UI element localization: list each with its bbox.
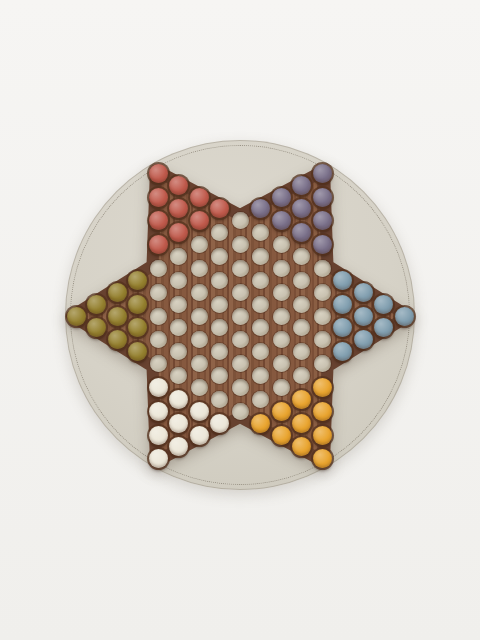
peg-white[interactable] (190, 402, 209, 421)
peg-olive[interactable] (87, 295, 106, 314)
peg-red[interactable] (169, 223, 188, 242)
empty-hole[interactable] (170, 272, 187, 289)
peg-purple[interactable] (251, 199, 270, 218)
empty-hole[interactable] (252, 343, 269, 360)
peg-white[interactable] (149, 402, 168, 421)
peg-yellow[interactable] (272, 426, 291, 445)
peg-white[interactable] (210, 414, 229, 433)
empty-hole[interactable] (232, 403, 249, 420)
peg-purple[interactable] (313, 211, 332, 230)
empty-hole[interactable] (211, 391, 228, 408)
empty-hole[interactable] (273, 379, 290, 396)
empty-hole[interactable] (314, 331, 331, 348)
empty-hole[interactable] (293, 248, 310, 265)
peg-red[interactable] (149, 164, 168, 183)
peg-olive[interactable] (67, 307, 86, 326)
peg-white[interactable] (149, 449, 168, 468)
peg-blue[interactable] (374, 295, 393, 314)
empty-hole[interactable] (293, 296, 310, 313)
peg-white[interactable] (169, 390, 188, 409)
peg-yellow[interactable] (272, 402, 291, 421)
empty-hole[interactable] (252, 248, 269, 265)
empty-hole[interactable] (232, 355, 249, 372)
peg-purple[interactable] (292, 199, 311, 218)
empty-hole[interactable] (211, 224, 228, 241)
peg-olive[interactable] (108, 330, 127, 349)
empty-hole[interactable] (252, 319, 269, 336)
peg-olive[interactable] (128, 318, 147, 337)
empty-hole[interactable] (191, 284, 208, 301)
peg-white[interactable] (149, 378, 168, 397)
empty-hole[interactable] (170, 319, 187, 336)
peg-blue[interactable] (354, 307, 373, 326)
empty-hole[interactable] (232, 284, 249, 301)
peg-yellow[interactable] (292, 414, 311, 433)
peg-blue[interactable] (354, 330, 373, 349)
empty-hole[interactable] (191, 331, 208, 348)
empty-hole[interactable] (191, 355, 208, 372)
peg-blue[interactable] (333, 318, 352, 337)
empty-hole[interactable] (211, 248, 228, 265)
empty-hole[interactable] (314, 260, 331, 277)
empty-hole[interactable] (150, 331, 167, 348)
empty-hole[interactable] (211, 296, 228, 313)
peg-white[interactable] (190, 426, 209, 445)
peg-red[interactable] (190, 211, 209, 230)
peg-yellow[interactable] (313, 402, 332, 421)
empty-hole[interactable] (252, 367, 269, 384)
peg-red[interactable] (169, 199, 188, 218)
peg-purple[interactable] (313, 235, 332, 254)
empty-hole[interactable] (150, 308, 167, 325)
peg-red[interactable] (169, 176, 188, 195)
peg-red[interactable] (149, 211, 168, 230)
product-photo (0, 0, 480, 640)
empty-hole[interactable] (314, 355, 331, 372)
empty-hole[interactable] (232, 260, 249, 277)
peg-red[interactable] (190, 188, 209, 207)
peg-olive[interactable] (87, 318, 106, 337)
empty-hole[interactable] (252, 296, 269, 313)
peg-purple[interactable] (272, 211, 291, 230)
peg-blue[interactable] (374, 318, 393, 337)
empty-hole[interactable] (170, 296, 187, 313)
peg-red[interactable] (149, 235, 168, 254)
empty-hole[interactable] (150, 355, 167, 372)
empty-hole[interactable] (150, 284, 167, 301)
empty-hole[interactable] (232, 308, 249, 325)
peg-yellow[interactable] (292, 437, 311, 456)
empty-hole[interactable] (293, 367, 310, 384)
peg-yellow[interactable] (251, 414, 270, 433)
peg-olive[interactable] (108, 283, 127, 302)
peg-red[interactable] (210, 199, 229, 218)
empty-hole[interactable] (170, 367, 187, 384)
empty-hole[interactable] (273, 308, 290, 325)
empty-hole[interactable] (232, 236, 249, 253)
peg-blue[interactable] (333, 295, 352, 314)
empty-hole[interactable] (273, 331, 290, 348)
peg-white[interactable] (169, 437, 188, 456)
board-cells (0, 0, 480, 640)
empty-hole[interactable] (191, 379, 208, 396)
empty-hole[interactable] (293, 319, 310, 336)
peg-blue[interactable] (354, 283, 373, 302)
empty-hole[interactable] (211, 319, 228, 336)
peg-blue[interactable] (333, 271, 352, 290)
empty-hole[interactable] (211, 272, 228, 289)
empty-hole[interactable] (293, 272, 310, 289)
peg-blue[interactable] (333, 342, 352, 361)
empty-hole[interactable] (170, 343, 187, 360)
peg-yellow[interactable] (313, 426, 332, 445)
peg-olive[interactable] (128, 342, 147, 361)
peg-olive[interactable] (128, 295, 147, 314)
empty-hole[interactable] (211, 367, 228, 384)
peg-purple[interactable] (272, 188, 291, 207)
peg-yellow[interactable] (313, 449, 332, 468)
peg-olive[interactable] (128, 271, 147, 290)
empty-hole[interactable] (273, 260, 290, 277)
peg-white[interactable] (169, 414, 188, 433)
peg-blue[interactable] (395, 307, 414, 326)
empty-hole[interactable] (232, 212, 249, 229)
empty-hole[interactable] (191, 236, 208, 253)
empty-hole[interactable] (252, 272, 269, 289)
empty-hole[interactable] (273, 236, 290, 253)
peg-yellow[interactable] (292, 390, 311, 409)
empty-hole[interactable] (211, 343, 228, 360)
empty-hole[interactable] (191, 260, 208, 277)
peg-purple[interactable] (292, 223, 311, 242)
empty-hole[interactable] (150, 260, 167, 277)
empty-hole[interactable] (170, 248, 187, 265)
empty-hole[interactable] (252, 224, 269, 241)
empty-hole[interactable] (314, 308, 331, 325)
peg-purple[interactable] (313, 188, 332, 207)
peg-yellow[interactable] (313, 378, 332, 397)
peg-red[interactable] (149, 188, 168, 207)
empty-hole[interactable] (252, 391, 269, 408)
empty-hole[interactable] (273, 284, 290, 301)
empty-hole[interactable] (232, 331, 249, 348)
peg-white[interactable] (149, 426, 168, 445)
peg-purple[interactable] (313, 164, 332, 183)
empty-hole[interactable] (314, 284, 331, 301)
empty-hole[interactable] (232, 379, 249, 396)
empty-hole[interactable] (191, 308, 208, 325)
peg-olive[interactable] (108, 307, 127, 326)
empty-hole[interactable] (293, 343, 310, 360)
empty-hole[interactable] (273, 355, 290, 372)
peg-purple[interactable] (292, 176, 311, 195)
